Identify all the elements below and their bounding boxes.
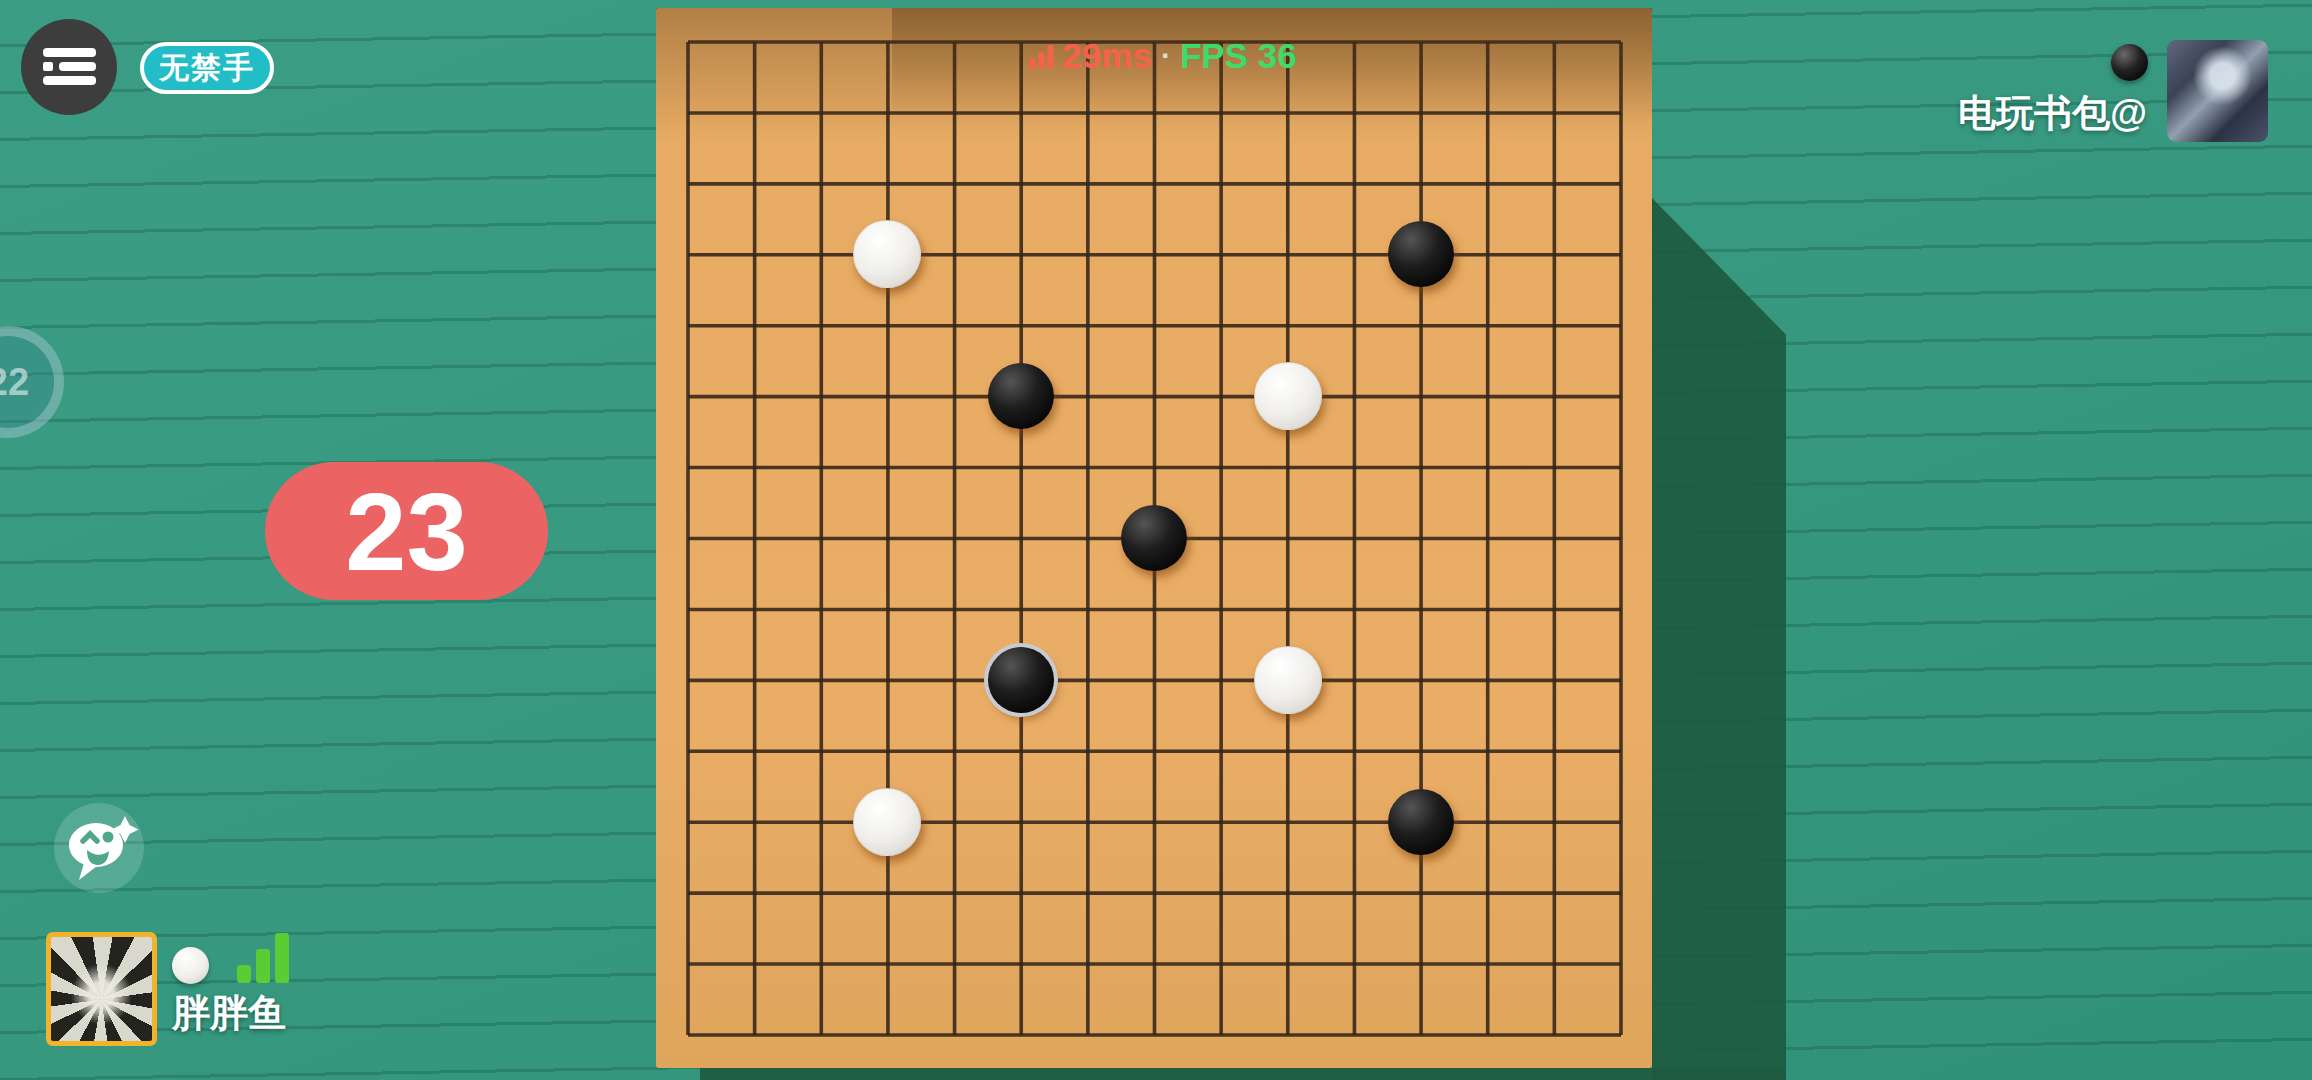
self-stone-color-icon xyxy=(172,947,209,984)
gomoku-board[interactable] xyxy=(656,8,1652,1068)
stone-white-d4 xyxy=(853,788,921,856)
opponent-avatar[interactable] xyxy=(2167,40,2268,142)
board-shadow-right xyxy=(1652,198,1786,1080)
game-screen: 29ms · FPS 36 无禁手 23 22 电玩书包@ 胖胖鱼 xyxy=(0,0,2312,1080)
fps-value: FPS 36 xyxy=(1180,36,1297,76)
stone-black-h8 xyxy=(1121,505,1187,571)
ping-signal-icon xyxy=(1029,44,1053,69)
move-timer: 23 xyxy=(265,462,548,600)
opponent-name: 电玩书包@ xyxy=(1958,88,2147,139)
ghost-timer-value: 22 xyxy=(0,361,29,404)
rule-badge: 无禁手 xyxy=(140,42,274,94)
hamburger-menu-icon-bottom xyxy=(43,76,96,85)
connection-signal-icon xyxy=(237,933,291,983)
stone-white-j10 xyxy=(1254,362,1322,430)
stone-black-f10 xyxy=(988,363,1054,429)
hamburger-menu-icon xyxy=(43,48,96,57)
self-avatar[interactable] xyxy=(46,932,157,1046)
status-separator: · xyxy=(1161,39,1171,73)
hamburger-menu-icon-dot xyxy=(43,62,53,71)
stone-black-f6-last-move xyxy=(988,647,1054,713)
stone-white-d12 xyxy=(853,220,921,288)
ghost-timer: 22 xyxy=(0,326,64,438)
chat-smiley-sparkle-icon xyxy=(54,803,144,893)
hamburger-menu-icon-mid xyxy=(59,62,96,71)
stone-black-l4 xyxy=(1388,789,1454,855)
ping-value: 29ms xyxy=(1062,36,1152,76)
self-name: 胖胖鱼 xyxy=(172,988,286,1039)
opponent-stone-color-icon xyxy=(2111,44,2148,81)
chat-button[interactable] xyxy=(54,803,144,893)
menu-button[interactable] xyxy=(21,19,117,115)
stone-black-l12 xyxy=(1388,221,1454,287)
stone-grid xyxy=(654,6,1654,1070)
stone-white-j6 xyxy=(1254,646,1322,714)
move-timer-value: 23 xyxy=(345,468,467,595)
status-bar: 29ms · FPS 36 xyxy=(1029,36,1296,76)
